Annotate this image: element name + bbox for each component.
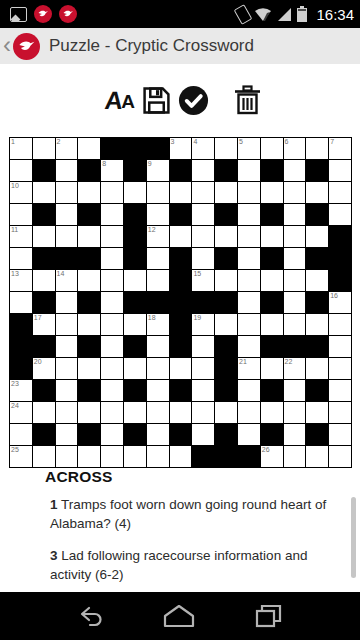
grid-cell-r15c11: [238, 446, 260, 467]
gallery-icon: [10, 7, 27, 22]
clue-number: 7: [330, 138, 334, 146]
grid-cell-r4c6: [124, 204, 146, 225]
grid-cell-r7c15: [329, 270, 351, 291]
grid-cell-r1c7: [147, 138, 169, 159]
grid-cell-r5c3[interactable]: [56, 226, 78, 247]
grid-cell-r6c6: [124, 248, 146, 269]
clue-number: 19: [193, 314, 201, 322]
grid-cell-r7c3[interactable]: 14: [56, 270, 78, 291]
grid-cell-r11c1: [10, 358, 32, 379]
grid-cell-r4c7[interactable]: [147, 204, 169, 225]
grid-cell-r6c1[interactable]: [10, 248, 32, 269]
grid-cell-r14c15[interactable]: [329, 424, 351, 445]
grid-cell-r8c8: [170, 292, 192, 313]
grid-cell-r14c14: [306, 424, 328, 445]
grid-cell-r4c14: [306, 204, 328, 225]
grid-cell-r1c8[interactable]: 3: [170, 138, 192, 159]
grid-cell-r6c5[interactable]: [101, 248, 123, 269]
clue-number: 23: [11, 380, 19, 388]
check-answers-button[interactable]: [177, 85, 209, 116]
grid-cell-r12c2: [33, 380, 55, 401]
save-icon: [142, 86, 171, 115]
grid-cell-r13c12[interactable]: [261, 402, 283, 423]
grid-cell-r7c7[interactable]: [147, 270, 169, 291]
clue-number: 20: [34, 358, 42, 366]
grid-cell-r11c4[interactable]: [78, 358, 100, 379]
grid-cell-r6c8: [170, 248, 192, 269]
signal-icon: [277, 7, 292, 22]
news-badge-icon: [59, 5, 77, 23]
clue-number: 25: [11, 446, 19, 454]
grid-cell-r12c14: [306, 380, 328, 401]
grid-cell-r15c12[interactable]: 26: [261, 446, 283, 467]
check-circle-icon: [178, 85, 209, 116]
grid-cell-r10c5[interactable]: [101, 336, 123, 357]
grid-cell-r4c9[interactable]: [192, 204, 214, 225]
grid-cell-r2c5[interactable]: 8: [101, 160, 123, 181]
grid-cell-r13c14[interactable]: [306, 402, 328, 423]
grid-cell-r5c7[interactable]: 12: [147, 226, 169, 247]
grid-cell-r2c13[interactable]: [284, 160, 306, 181]
grid-cell-r3c11[interactable]: [238, 182, 260, 203]
grid-cell-r8c11[interactable]: [238, 292, 260, 313]
grid-cell-r14c12: [261, 424, 283, 445]
clue-number: 16: [330, 292, 338, 300]
grid-cell-r3c5[interactable]: [101, 182, 123, 203]
grid-cell-r9c3[interactable]: [56, 314, 78, 335]
grid-cell-r13c11[interactable]: [238, 402, 260, 423]
grid-cell-r10c1: [10, 336, 32, 357]
grid-cell-r10c6: [124, 336, 146, 357]
grid-cell-r8c6: [124, 292, 146, 313]
grid-cell-r6c14: [306, 248, 328, 269]
grid-cell-r6c12: [261, 248, 283, 269]
app-logo-icon: [13, 33, 40, 60]
grid-cell-r15c3[interactable]: [56, 446, 78, 467]
grid-cell-r15c5[interactable]: [101, 446, 123, 467]
grid-cell-r11c2[interactable]: 20: [33, 358, 55, 379]
grid-cell-r11c12[interactable]: [261, 358, 283, 379]
clue-item-3-across[interactable]: 3 Lad following racecourse information a…: [45, 546, 337, 584]
grid-cell-r15c14[interactable]: [306, 446, 328, 467]
grid-cell-r8c4: [78, 292, 100, 313]
grid-cell-r5c5[interactable]: [101, 226, 123, 247]
grid-cell-r4c11[interactable]: [238, 204, 260, 225]
grid-cell-r11c6[interactable]: [124, 358, 146, 379]
grid-cell-r1c9[interactable]: 4: [192, 138, 214, 159]
grid-cell-r4c3[interactable]: [56, 204, 78, 225]
clue-number: 4: [193, 138, 197, 146]
grid-cell-r1c15[interactable]: 7: [329, 138, 351, 159]
grid-cell-r3c3[interactable]: [56, 182, 78, 203]
grid-cell-r4c5[interactable]: [101, 204, 123, 225]
grid-cell-r5c14[interactable]: [306, 226, 328, 247]
grid-cell-r4c4: [78, 204, 100, 225]
grid-cell-r14c7[interactable]: [147, 424, 169, 445]
grid-cell-r12c3[interactable]: [56, 380, 78, 401]
grid-cell-r3c9[interactable]: [192, 182, 214, 203]
grid-cell-r15c13[interactable]: [284, 446, 306, 467]
grid-cell-r4c1[interactable]: [10, 204, 32, 225]
grid-cell-r8c15[interactable]: 16: [329, 292, 351, 313]
grid-cell-r11c11[interactable]: 21: [238, 358, 260, 379]
grid-cell-r4c2: [33, 204, 55, 225]
grid-cell-r1c1[interactable]: 1: [10, 138, 32, 159]
grid-cell-r5c10[interactable]: [215, 226, 237, 247]
clue-number: 11: [11, 226, 18, 234]
font-size-button[interactable]: A A: [103, 89, 137, 112]
grid-cell-r6c3: [56, 248, 78, 269]
grid-cell-r14c3[interactable]: [56, 424, 78, 445]
crossword-grid: 1234567891011121314151617181920212223242…: [9, 137, 352, 468]
clues-heading: ACROSS: [45, 468, 337, 486]
grid-cell-r10c13: [284, 336, 306, 357]
clock: 16:34: [316, 6, 354, 23]
grid-cell-r5c11[interactable]: [238, 226, 260, 247]
grid-cell-r3c2[interactable]: [33, 182, 55, 203]
grid-cell-r10c9[interactable]: [192, 336, 214, 357]
grid-cell-r14c13[interactable]: [284, 424, 306, 445]
grid-cell-r9c7[interactable]: 18: [147, 314, 169, 335]
grid-cell-r4c15[interactable]: [329, 204, 351, 225]
grid-cell-r15c1[interactable]: 25: [10, 446, 32, 467]
grid-cell-r9c10[interactable]: [215, 314, 237, 335]
grid-cell-r6c11[interactable]: [238, 248, 260, 269]
clue-number: 6: [285, 138, 289, 146]
grid-cell-r10c11[interactable]: [238, 336, 260, 357]
grid-cell-r6c15: [329, 248, 351, 269]
grid-cell-r10c8: [170, 336, 192, 357]
font-size-icon: A: [104, 89, 124, 112]
grid-cell-r2c11[interactable]: [238, 160, 260, 181]
grid-cell-r8c5[interactable]: [101, 292, 123, 313]
grid-cell-r14c10: [215, 424, 237, 445]
grid-cell-r8c7: [147, 292, 169, 313]
grid-cell-r10c4: [78, 336, 100, 357]
grid-cell-r3c14[interactable]: [306, 182, 328, 203]
grid-cell-r15c10: [215, 446, 237, 467]
grid-cell-r6c10: [215, 248, 237, 269]
grid-cell-r11c9[interactable]: [192, 358, 214, 379]
grid-cell-r11c14[interactable]: [306, 358, 328, 379]
grid-cell-r3c1[interactable]: 10: [10, 182, 32, 203]
grid-cell-r15c2[interactable]: [33, 446, 55, 467]
grid-cell-r7c13[interactable]: [284, 270, 306, 291]
grid-cell-r7c10[interactable]: [215, 270, 237, 291]
grid-cell-r7c4[interactable]: [78, 270, 100, 291]
grid-cell-r7c1[interactable]: 13: [10, 270, 32, 291]
grid-cell-r7c8: [170, 270, 192, 291]
grid-cell-r11c3[interactable]: [56, 358, 78, 379]
grid-cell-r13c6[interactable]: [124, 402, 146, 423]
grid-cell-r2c2: [33, 160, 55, 181]
clue-item-1-across[interactable]: 1 Tramps foot worn down going round hear…: [45, 495, 337, 533]
scrollbar-thumb[interactable]: [351, 497, 356, 578]
grid-cell-r9c6[interactable]: [124, 314, 146, 335]
grid-cell-r15c4[interactable]: [78, 446, 100, 467]
grid-cell-r14c8: [170, 424, 192, 445]
grid-cell-r12c11[interactable]: [238, 380, 260, 401]
clue-number: 5: [239, 138, 243, 146]
grid-cell-r2c6: [124, 160, 146, 181]
grid-cell-r8c2: [33, 292, 55, 313]
grid-cell-r10c3[interactable]: [56, 336, 78, 357]
grid-cell-r9c2[interactable]: 17: [33, 314, 55, 335]
home-icon: [162, 604, 196, 628]
grid-cell-r2c9[interactable]: [192, 160, 214, 181]
delete-button[interactable]: [232, 85, 262, 115]
grid-cell-r12c12: [261, 380, 283, 401]
grid-cell-r11c7[interactable]: [147, 358, 169, 379]
rotate-icon: [234, 4, 253, 25]
status-bar: 16:34: [0, 0, 360, 28]
grid-cell-r3c10[interactable]: [215, 182, 237, 203]
grid-cell-r2c15[interactable]: [329, 160, 351, 181]
grid-cell-r13c7[interactable]: [147, 402, 169, 423]
clue-number: 22: [285, 358, 293, 366]
grid-cell-r13c10[interactable]: [215, 402, 237, 423]
clue-number: 21: [239, 358, 247, 366]
recents-icon: [254, 603, 282, 629]
grid-cell-r7c12[interactable]: [261, 270, 283, 291]
grid-cell-r6c9[interactable]: [192, 248, 214, 269]
back-chevron-icon[interactable]: ‹: [0, 33, 13, 60]
grid-cell-r9c12[interactable]: [261, 314, 283, 335]
grid-cell-r4c12: [261, 204, 283, 225]
news-badge-icon: [34, 5, 52, 23]
grid-cell-r2c7[interactable]: 9: [147, 160, 169, 181]
nav-home-button[interactable]: [162, 604, 196, 628]
grid-cell-r9c14[interactable]: [306, 314, 328, 335]
clue-number: 12: [148, 226, 156, 234]
grid-cell-r12c15[interactable]: [329, 380, 351, 401]
grid-cell-r15c7[interactable]: [147, 446, 169, 467]
grid-cell-r3c7[interactable]: [147, 182, 169, 203]
grid-cell-r7c2[interactable]: [33, 270, 55, 291]
grid-cell-r3c6[interactable]: [124, 182, 146, 203]
grid-cell-r5c6: [124, 226, 146, 247]
grid-cell-r1c2[interactable]: [33, 138, 55, 159]
grid-cell-r1c10[interactable]: [215, 138, 237, 159]
grid-cell-r2c3[interactable]: [56, 160, 78, 181]
grid-cell-r15c9: [192, 446, 214, 467]
save-button[interactable]: [141, 86, 172, 115]
grid-cell-r10c7[interactable]: [147, 336, 169, 357]
grid-cell-r5c8[interactable]: [170, 226, 192, 247]
grid-cell-r5c13[interactable]: [284, 226, 306, 247]
grid-cell-r9c1: [10, 314, 32, 335]
grid-cell-r1c13[interactable]: 6: [284, 138, 306, 159]
page-title: Puzzle - Cryptic Crossword: [49, 36, 254, 56]
grid-cell-r4c10: [215, 204, 237, 225]
nav-back-button[interactable]: [78, 603, 104, 629]
grid-cell-r11c8[interactable]: [170, 358, 192, 379]
grid-cell-r13c15[interactable]: [329, 402, 351, 423]
grid-cell-r2c1[interactable]: [10, 160, 32, 181]
grid-cell-r10c2: [33, 336, 55, 357]
clue-number: 8: [102, 160, 106, 168]
grid-cell-r6c4: [78, 248, 100, 269]
grid-cell-r8c14: [306, 292, 328, 313]
grid-cell-r12c10: [215, 380, 237, 401]
trash-icon: [234, 85, 261, 115]
battery-icon: [297, 6, 307, 22]
grid-cell-r5c12[interactable]: [261, 226, 283, 247]
grid-cell-r5c15: [329, 226, 351, 247]
grid-cell-r9c9[interactable]: 19: [192, 314, 214, 335]
grid-cell-r12c9[interactable]: [192, 380, 214, 401]
grid-cell-r12c8: [170, 380, 192, 401]
grid-cell-r8c13[interactable]: [284, 292, 306, 313]
clue-number: 9: [148, 160, 152, 168]
grid-cell-r9c5[interactable]: [101, 314, 123, 335]
grid-cell-r14c11[interactable]: [238, 424, 260, 445]
grid-cell-r13c4[interactable]: [78, 402, 100, 423]
grid-cell-r12c5[interactable]: [101, 380, 123, 401]
grid-cell-r9c13[interactable]: [284, 314, 306, 335]
grid-cell-r13c9[interactable]: [192, 402, 214, 423]
grid-cell-r12c13[interactable]: [284, 380, 306, 401]
grid-cell-r10c15[interactable]: [329, 336, 351, 357]
grid-cell-r13c3[interactable]: [56, 402, 78, 423]
clue-number: 17: [34, 314, 42, 322]
grid-cell-r10c14: [306, 336, 328, 357]
grid-cell-r6c13[interactable]: [284, 248, 306, 269]
grid-cell-r7c5[interactable]: [101, 270, 123, 291]
grid-cell-r5c1[interactable]: 11: [10, 226, 32, 247]
grid-cell-r13c2[interactable]: [33, 402, 55, 423]
grid-cell-r5c2[interactable]: [33, 226, 55, 247]
grid-cell-r1c11[interactable]: 5: [238, 138, 260, 159]
grid-cell-r13c8[interactable]: [170, 402, 192, 423]
clue-number: 13: [11, 270, 19, 278]
grid-cell-r8c9: [192, 292, 214, 313]
clue-number: 3: [171, 138, 175, 146]
grid-cell-r10c10: [215, 336, 237, 357]
grid-cell-r14c2: [33, 424, 55, 445]
grid-cell-r2c14: [306, 160, 328, 181]
grid-cell-r2c4: [78, 160, 100, 181]
grid-cell-r3c4[interactable]: [78, 182, 100, 203]
grid-cell-r6c7[interactable]: [147, 248, 169, 269]
grid-cell-r11c10: [215, 358, 237, 379]
grid-cell-r15c15[interactable]: [329, 446, 351, 467]
grid-cell-r8c3[interactable]: [56, 292, 78, 313]
grid-cell-r7c11[interactable]: [238, 270, 260, 291]
grid-cell-r15c6[interactable]: [124, 446, 146, 467]
grid-cell-r7c6[interactable]: [124, 270, 146, 291]
grid-cell-r14c6: [124, 424, 146, 445]
grid-cell-r8c10: [215, 292, 237, 313]
grid-cell-r13c5[interactable]: [101, 402, 123, 423]
grid-cell-r7c9[interactable]: 15: [192, 270, 214, 291]
clue-number: 15: [193, 270, 201, 278]
toolbar: A A: [0, 64, 360, 136]
grid-cell-r3c12[interactable]: [261, 182, 283, 203]
grid-cell-r13c1[interactable]: 24: [10, 402, 32, 423]
grid-cell-r11c5[interactable]: [101, 358, 123, 379]
grid-cell-r1c14[interactable]: [306, 138, 328, 159]
grid-cell-r9c15[interactable]: [329, 314, 351, 335]
wifi-icon: [254, 7, 272, 22]
grid-cell-r9c11[interactable]: [238, 314, 260, 335]
grid-cell-r3c15[interactable]: [329, 182, 351, 203]
grid-cell-r11c15[interactable]: [329, 358, 351, 379]
grid-cell-r1c5: [101, 138, 123, 159]
grid-cell-r8c1[interactable]: [10, 292, 32, 313]
grid-cell-r7c14[interactable]: [306, 270, 328, 291]
grid-cell-r1c12[interactable]: [261, 138, 283, 159]
grid-cell-r4c13[interactable]: [284, 204, 306, 225]
grid-cell-r1c4[interactable]: [78, 138, 100, 159]
grid-cell-r4c8: [170, 204, 192, 225]
clue-number: 2: [57, 138, 61, 146]
grid-cell-r3c13[interactable]: [284, 182, 306, 203]
android-nav-bar: [0, 592, 360, 640]
clue-number: 24: [11, 402, 19, 410]
grid-cell-r14c1[interactable]: [10, 424, 32, 445]
back-icon: [78, 603, 104, 629]
grid-cell-r5c9[interactable]: [192, 226, 214, 247]
grid-cell-r14c9[interactable]: [192, 424, 214, 445]
grid-cell-r2c8: [170, 160, 192, 181]
grid-cell-r9c8: [170, 314, 192, 335]
grid-cell-r2c10: [215, 160, 237, 181]
app-bar: ‹ Puzzle - Cryptic Crossword: [0, 28, 360, 65]
grid-cell-r5c4[interactable]: [78, 226, 100, 247]
grid-cell-r3c8[interactable]: [170, 182, 192, 203]
grid-cell-r1c6: [124, 138, 146, 159]
grid-cell-r6c2: [33, 248, 55, 269]
clue-number: 1: [11, 138, 15, 146]
grid-cell-r14c5[interactable]: [101, 424, 123, 445]
grid-cell-r14c4: [78, 424, 100, 445]
grid-cell-r9c4[interactable]: [78, 314, 100, 335]
clue-number: 14: [57, 270, 65, 278]
grid-cell-r13c13[interactable]: [284, 402, 306, 423]
grid-cell-r12c4: [78, 380, 100, 401]
grid-cell-r15c8[interactable]: [170, 446, 192, 467]
grid-cell-r1c3[interactable]: 2: [56, 138, 78, 159]
grid-cell-r2c12: [261, 160, 283, 181]
grid-cell-r12c7[interactable]: [147, 380, 169, 401]
grid-cell-r8c12: [261, 292, 283, 313]
nav-recents-button[interactable]: [254, 603, 282, 629]
grid-cell-r10c12: [261, 336, 283, 357]
clue-number: 10: [11, 182, 19, 190]
clue-number: 26: [262, 446, 270, 454]
grid-cell-r12c1[interactable]: 23: [10, 380, 32, 401]
clue-number: 18: [148, 314, 156, 322]
grid-cell-r11c13[interactable]: 22: [284, 358, 306, 379]
grid-cell-r12c6: [124, 380, 146, 401]
